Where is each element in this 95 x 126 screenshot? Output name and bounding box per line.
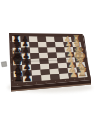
square-d3: [56, 52, 66, 58]
black-rook: ♜: [14, 71, 24, 84]
square-g3: [59, 68, 69, 74]
square-d4: [48, 53, 57, 59]
square-c4: [47, 47, 56, 53]
square-b5: [38, 42, 47, 48]
square-h4: [50, 74, 60, 80]
square-g5: [41, 69, 51, 75]
square-d6: [30, 53, 39, 59]
square-f5: [40, 64, 50, 70]
square-e4: [48, 58, 58, 64]
square-a4: [46, 37, 55, 42]
square-h5: [41, 75, 51, 81]
square-e6: [31, 59, 40, 65]
square-b4: [46, 42, 55, 47]
square-e3: [57, 58, 67, 64]
square-c3: [56, 47, 65, 52]
square-g6: [32, 70, 42, 76]
square-h6: [32, 75, 42, 81]
rail-mark: [12, 80, 13, 81]
clasp-latch: [1, 62, 7, 67]
square-f3: [58, 63, 68, 69]
square-f6: [31, 64, 40, 70]
square-a6: [29, 36, 38, 42]
rail-mark: [26, 83, 27, 84]
square-f4: [49, 63, 59, 69]
square-b3: [55, 42, 64, 47]
rail-mark: [10, 41, 11, 42]
rail-mark: [65, 80, 66, 81]
white-rook: ♜: [78, 66, 88, 79]
square-h3: [59, 73, 69, 79]
square-a3: [54, 37, 63, 42]
square-d5: [39, 53, 48, 59]
rail-mark: [46, 82, 47, 83]
white-pawn: ♟: [69, 68, 78, 79]
square-c6: [30, 47, 39, 53]
rail-mark: [74, 79, 75, 80]
square-a5: [37, 36, 46, 42]
square-b6: [29, 42, 38, 48]
chess-board: ♜♟♟♜♞♟♟♞♝♟♟♝♛♟♟♛♚♟♟♚♝♟♟♝♞♟♟♞♜♟♟♜: [0, 0, 95, 126]
square-e5: [39, 58, 48, 64]
square-g4: [50, 69, 60, 75]
square-c5: [38, 47, 47, 53]
product-photo: ♜♟♟♜♞♟♟♞♝♟♟♝♛♟♟♛♚♟♟♚♝♟♟♝♞♟♟♞♜♟♟♜: [0, 0, 95, 126]
rail-mark: [55, 81, 56, 82]
black-pawn: ♟: [23, 72, 32, 83]
rail-mark: [36, 83, 37, 84]
